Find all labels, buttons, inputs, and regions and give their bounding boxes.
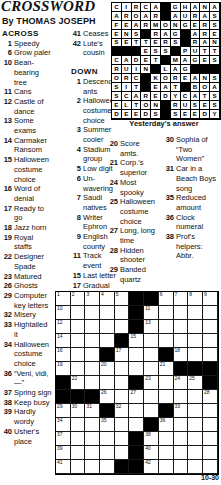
answer-cell: I [132, 65, 142, 74]
grid-cell[interactable] [115, 390, 130, 404]
grid-cell[interactable] [71, 418, 86, 432]
answer-cell: U [181, 12, 191, 21]
grid-cell[interactable] [188, 404, 203, 418]
grid-cell[interactable] [100, 306, 115, 320]
cell-number: 2 [72, 292, 75, 298]
grid-cell[interactable] [71, 348, 86, 362]
grid-cell[interactable]: 4 [100, 292, 115, 306]
date-stamp: 10-30 [201, 474, 219, 481]
grid-cell[interactable]: 38 [144, 432, 159, 446]
grid-cell[interactable] [174, 432, 189, 446]
clue-number: 8 [71, 213, 83, 223]
grid-cell[interactable] [71, 306, 86, 320]
grid-cell[interactable] [188, 306, 203, 320]
black-cell [115, 460, 130, 474]
cell-number: 14 [57, 334, 63, 340]
answer-cell: A [181, 56, 191, 65]
grid-cell[interactable] [188, 460, 203, 474]
grid-cell[interactable]: 25 [188, 376, 203, 390]
grid-cell[interactable]: 16 [56, 348, 71, 362]
grid-cell[interactable] [188, 390, 203, 404]
answer-cell: S [210, 92, 220, 101]
clue-number: 22 [2, 252, 14, 262]
clue-item: 14Carmaker Ransom [2, 136, 52, 155]
answer-black-cell [200, 65, 210, 74]
grid-cell[interactable]: 5 [115, 292, 130, 306]
grid-cell[interactable] [71, 432, 86, 446]
cell-number: 17 [116, 348, 122, 354]
clue-text: Spring sign [14, 388, 52, 398]
clue-number: 11 [2, 87, 14, 97]
cell-number: 23 [145, 376, 151, 382]
cell-number: 28 [204, 390, 210, 396]
answer-cell: E [210, 30, 220, 39]
grid-cell[interactable] [174, 418, 189, 432]
answer-cell: N [122, 30, 132, 39]
grid-cell[interactable]: 10 [56, 306, 71, 320]
grid-cell[interactable] [174, 320, 189, 334]
answer-black-cell [171, 47, 181, 56]
clue-text: Keep busy [14, 398, 52, 408]
grid-cell[interactable] [144, 404, 159, 418]
clue-item: 15Halloween costume choice [2, 155, 52, 184]
grid-cell[interactable]: 41 [56, 460, 71, 474]
clue-text: Carmaker Ransom [14, 136, 52, 155]
grid-cell[interactable]: 1 [56, 292, 71, 306]
grid-cell[interactable] [203, 418, 218, 432]
clue-number: 4 [71, 145, 83, 155]
grid-cell[interactable] [144, 348, 159, 362]
answer-black-cell [161, 101, 171, 110]
clue-item: 16Word of denial [2, 184, 52, 203]
black-cell [56, 390, 71, 404]
clue-number: 41 [71, 29, 83, 39]
grid-cell[interactable]: 40 [144, 446, 159, 460]
cell-number: 16 [57, 348, 63, 354]
clue-text: Car in a Beach Boys song [176, 164, 219, 193]
grid-cell[interactable]: 29 [56, 404, 71, 418]
grid-cell[interactable]: 24 [174, 376, 189, 390]
answer-cell: C [141, 3, 151, 12]
clue-item: 31Car in a Beach Boys song [164, 164, 219, 193]
grid-cell[interactable] [115, 418, 130, 432]
clue-number: 6 [2, 48, 14, 58]
answer-cell: R [132, 3, 142, 12]
grid-cell[interactable] [129, 362, 144, 376]
grid-cell[interactable] [203, 446, 218, 460]
answer-cell: E [191, 110, 201, 119]
clue-item: 35Reduced amount [164, 193, 219, 212]
grid-cell[interactable] [115, 306, 130, 320]
cell-number: 9 [204, 292, 207, 298]
clue-text: Banded quartz [120, 265, 159, 284]
clue-item: 1Speedy [2, 39, 52, 49]
black-cell [129, 320, 144, 334]
grid-cell[interactable]: 3 [85, 292, 100, 306]
answer-cell: E [122, 110, 132, 119]
answer-cell: D [200, 110, 210, 119]
grid-cell[interactable] [85, 432, 100, 446]
cell-number: 19 [57, 362, 63, 368]
crossword-grid: 1234567891011121314151617181920212223242… [55, 291, 219, 475]
cell-number: 38 [145, 432, 151, 438]
cell-number: 20 [101, 362, 107, 368]
grid-cell[interactable]: 30 [71, 404, 86, 418]
clue-text: Ghosts [14, 281, 52, 291]
grid-cell[interactable]: 21 [159, 362, 174, 376]
grid-cell[interactable]: 14 [56, 334, 71, 348]
grid-cell[interactable] [100, 446, 115, 460]
grid-cell[interactable]: 23 [144, 376, 159, 390]
grid-cell[interactable] [85, 418, 100, 432]
cell-number: 24 [175, 376, 181, 382]
clue-item: 19Royal staffs [2, 233, 52, 252]
grid-cell[interactable]: 32 [115, 404, 130, 418]
grid-cell[interactable] [85, 320, 100, 334]
black-cell [129, 446, 144, 460]
clue-number: 32 [2, 310, 14, 320]
answer-cell: A [191, 3, 201, 12]
grid-cell[interactable]: 13 [144, 320, 159, 334]
grid-cell[interactable] [115, 446, 130, 460]
answer-cell: T [151, 56, 161, 65]
grid-cell[interactable] [188, 432, 203, 446]
grid-cell[interactable]: 27 [129, 390, 144, 404]
grid-cell[interactable]: 39 [56, 446, 71, 460]
grid-cell[interactable] [85, 460, 100, 474]
clue-text: Halloween costume choice [14, 155, 52, 184]
grid-cell[interactable] [115, 362, 130, 376]
clue-number: 26 [2, 281, 14, 291]
grid-cell[interactable]: 15 [129, 334, 144, 348]
clue-item: 40Usher's place [2, 427, 52, 446]
answer-black-cell [141, 74, 151, 83]
clue-item: 10Bean-bearing tree [2, 58, 52, 87]
cell-number: 34 [57, 418, 63, 424]
cell-number: 5 [116, 292, 119, 298]
clue-text: Ready to go [14, 204, 52, 223]
grid-cell[interactable]: 33 [174, 404, 189, 418]
answer-cell: A [200, 39, 210, 48]
clue-number: 15 [71, 271, 83, 281]
answer-cell: L [122, 101, 132, 110]
grid-cell[interactable] [203, 306, 218, 320]
answer-cell: A [122, 56, 132, 65]
grid-cell[interactable] [203, 404, 218, 418]
clue-item: 36“Veni, vidi, —” [2, 369, 52, 388]
cell-number: 11 [145, 306, 150, 312]
answer-cell: N [141, 65, 151, 74]
grid-cell[interactable] [85, 362, 100, 376]
clue-number: 6 [71, 174, 83, 184]
clue-text: Royal staffs [14, 233, 52, 252]
answer-cell: T [141, 39, 151, 48]
answer-cell: E [181, 110, 191, 119]
grid-cell[interactable]: 11 [144, 306, 159, 320]
grid-cell[interactable] [188, 320, 203, 334]
clue-text: Halloween costume choice [120, 197, 159, 226]
black-cell [129, 432, 144, 446]
clue-text: Word of denial [14, 184, 52, 203]
black-cell [85, 390, 100, 404]
clue-number: 31 [164, 164, 176, 174]
clue-number: 16 [2, 184, 14, 194]
grid-cell[interactable] [203, 334, 218, 348]
grid-cell[interactable] [85, 376, 100, 390]
grid-cell[interactable]: 6 [159, 292, 174, 306]
clue-text: Hardly wordy [14, 407, 52, 426]
grid-cell[interactable]: 17 [115, 348, 130, 362]
clue-item: 29Computer key letters [2, 291, 52, 310]
grid-cell[interactable] [144, 390, 159, 404]
cell-number: 39 [57, 446, 63, 452]
clue-text: Usher's place [14, 427, 52, 446]
answer-cell: A [191, 92, 201, 101]
cell-number: 33 [175, 404, 181, 410]
clue-item: 6Grow paler [2, 48, 52, 58]
answer-cell: A [132, 21, 142, 30]
answer-black-cell [161, 12, 171, 21]
cell-number: 7 [175, 292, 178, 298]
grid-cell[interactable] [188, 334, 203, 348]
grid-cell[interactable] [100, 334, 115, 348]
answer-cell: F [112, 21, 122, 30]
answer-cell: A [210, 3, 220, 12]
grid-cell[interactable] [85, 334, 100, 348]
grid-cell[interactable] [174, 390, 189, 404]
clue-text: Matured [14, 272, 52, 282]
answer-black-cell [191, 65, 201, 74]
clue-text: Castle of dance [14, 97, 52, 116]
cell-number: 27 [130, 390, 136, 396]
answer-cell: A [200, 12, 210, 21]
black-cell [159, 348, 174, 362]
cell-number: 3 [86, 292, 89, 298]
black-cell [188, 362, 203, 376]
grid-cell[interactable]: 9 [203, 292, 218, 306]
answer-cell: R [200, 21, 210, 30]
clue-number: 5 [71, 164, 83, 174]
clue-item: 30Sophia of “Two Women” [164, 135, 219, 164]
clue-item: 24Most spooky [108, 178, 159, 197]
answer-cell: R [141, 92, 151, 101]
grid-cell[interactable] [174, 446, 189, 460]
grid-cell[interactable] [85, 306, 100, 320]
cell-number: 42 [145, 460, 151, 466]
clue-number: 30 [164, 135, 176, 145]
grid-cell[interactable]: 22 [71, 376, 86, 390]
answer-cell: A [112, 12, 122, 21]
grid-cell[interactable]: 26 [100, 390, 115, 404]
cell-number: 8 [189, 292, 192, 298]
grid-cell[interactable] [174, 460, 189, 474]
grid-cell[interactable]: 35 [100, 418, 115, 432]
grid-cell[interactable] [188, 418, 203, 432]
answer-cell: T [171, 83, 181, 92]
grid-cell[interactable] [188, 348, 203, 362]
grid-cell[interactable] [100, 320, 115, 334]
grid-cell[interactable] [71, 446, 86, 460]
grid-cell[interactable] [159, 390, 174, 404]
answer-cell: S [210, 56, 220, 65]
answer-cell: D [161, 92, 171, 101]
cell-number: 1 [57, 292, 60, 298]
answer-cell: O [161, 21, 171, 30]
grid-cell[interactable]: 8 [188, 292, 203, 306]
grid-cell[interactable] [203, 348, 218, 362]
grid-cell[interactable] [115, 376, 130, 390]
answer-cell: S [151, 47, 161, 56]
cell-number: 37 [57, 432, 63, 438]
answer-black-cell [181, 30, 191, 39]
answer-cell: I [122, 83, 132, 92]
grid-cell[interactable] [159, 320, 174, 334]
grid-cell[interactable] [159, 460, 174, 474]
answer-cell: G [181, 21, 191, 30]
grid-cell[interactable] [174, 306, 189, 320]
black-cell [144, 292, 159, 306]
clue-item: 37Spring sign [2, 388, 52, 398]
clue-item: 17Ready to go [2, 204, 52, 223]
answer-cell: R [200, 30, 210, 39]
answer-cell: R [171, 74, 181, 83]
grid-cell[interactable] [159, 446, 174, 460]
grid-cell[interactable]: 42 [144, 460, 159, 474]
answer-cell: P [181, 47, 191, 56]
clue-number: 19 [2, 233, 14, 243]
grid-cell[interactable] [129, 404, 144, 418]
clue-number: 25 [108, 197, 120, 207]
answer-black-cell [161, 3, 171, 12]
answer-cell: E [191, 21, 201, 30]
grid-cell[interactable] [159, 432, 174, 446]
answer-cell: S [171, 110, 181, 119]
grid-cell[interactable] [115, 432, 130, 446]
grid-cell[interactable]: 7 [174, 292, 189, 306]
grid-cell[interactable] [115, 320, 130, 334]
answer-cell: G [191, 56, 201, 65]
answer-cell: S [210, 101, 220, 110]
answer-cell: S [191, 101, 201, 110]
clue-number: 12 [2, 97, 14, 107]
grid-cell[interactable]: 19 [56, 362, 71, 376]
cell-number: 40 [145, 446, 151, 452]
answer-cell: R [112, 65, 122, 74]
grid-cell[interactable] [159, 376, 174, 390]
grid-cell[interactable] [71, 334, 86, 348]
grid-cell[interactable]: 28 [203, 390, 218, 404]
answer-cell: U [181, 101, 191, 110]
answer-cell: E [141, 56, 151, 65]
page-title: CROSSWORD [1, 0, 95, 15]
answer-cell: E [200, 101, 210, 110]
clue-number: 37 [2, 388, 14, 398]
grid-cell[interactable]: 36 [159, 418, 174, 432]
clue-number: 13 [2, 116, 14, 126]
grid-cell[interactable] [159, 306, 174, 320]
clue-text: Prof's helpers: Abbr. [176, 232, 219, 261]
clue-text: Computer key letters [14, 291, 52, 310]
clue-column-down-end: 30Sophia of “Two Women”31Car in a Beach … [164, 135, 219, 261]
clue-text: Designer Spade [14, 252, 52, 271]
clue-item: 36Clock numeral [164, 213, 219, 232]
answer-cell: A [171, 12, 181, 21]
grid-cell[interactable] [71, 460, 86, 474]
clue-text: Hightailed it [14, 320, 52, 339]
grid-cell[interactable] [71, 362, 86, 376]
grid-cell[interactable] [100, 460, 115, 474]
answer-cell: T [132, 101, 142, 110]
clue-item: 39Hardly wordy [2, 407, 52, 426]
grid-cell[interactable] [203, 432, 218, 446]
grid-cell[interactable] [129, 418, 144, 432]
grid-cell[interactable]: 34 [56, 418, 71, 432]
answer-cell: R [151, 12, 161, 21]
grid-cell[interactable] [188, 446, 203, 460]
grid-cell[interactable] [85, 348, 100, 362]
grid-cell[interactable] [144, 362, 159, 376]
grid-cell[interactable]: 2 [71, 292, 86, 306]
grid-cell[interactable] [203, 320, 218, 334]
clue-number: 3 [71, 125, 83, 135]
cell-number: 25 [189, 376, 195, 382]
answer-cell: E [151, 39, 161, 48]
byline: By THOMAS JOSEPH [2, 16, 96, 26]
clue-number: 17 [71, 281, 83, 291]
answer-cell: E [200, 56, 210, 65]
answer-cell: D [112, 110, 122, 119]
answer-cell: E [112, 101, 122, 110]
answer-cell: N [151, 101, 161, 110]
grid-cell[interactable] [129, 348, 144, 362]
grid-cell[interactable] [144, 334, 159, 348]
cell-number: 26 [101, 390, 107, 396]
grid-cell[interactable] [174, 334, 189, 348]
answer-cell: A [171, 65, 181, 74]
grid-cell[interactable] [100, 376, 115, 390]
grid-cell[interactable] [85, 446, 100, 460]
grid-cell[interactable] [203, 460, 218, 474]
grid-cell[interactable] [71, 320, 86, 334]
grid-cell[interactable]: 37 [56, 432, 71, 446]
answer-cell: R [122, 12, 132, 21]
cell-number: 22 [72, 376, 78, 382]
grid-cell[interactable]: 12 [56, 320, 71, 334]
grid-cell[interactable]: 18 [174, 348, 189, 362]
clue-number: 38 [2, 398, 14, 408]
clue-item: 38Keep busy [2, 398, 52, 408]
clue-text: Some exams [14, 116, 52, 135]
answer-cell: R [141, 21, 151, 30]
answer-cell: U [191, 47, 201, 56]
grid-cell[interactable] [159, 334, 174, 348]
grid-cell[interactable]: 31 [85, 404, 100, 418]
answer-cell: E [132, 110, 142, 119]
cell-number: 32 [116, 404, 122, 410]
grid-cell[interactable] [100, 432, 115, 446]
cell-number: 10 [57, 306, 63, 312]
black-cell [129, 292, 144, 306]
clue-number: 2 [71, 96, 83, 106]
clue-text: Bean-bearing tree [14, 58, 52, 87]
clue-item: 38Prof's helpers: Abbr. [164, 232, 219, 261]
answer-cell: C [112, 3, 122, 12]
clue-item: 22Designer Spade [2, 252, 52, 271]
answer-cell: I [122, 3, 132, 12]
grid-cell[interactable]: 20 [100, 362, 115, 376]
answer-cell: N [171, 21, 181, 30]
clue-item: 26Ghosts [2, 281, 52, 291]
